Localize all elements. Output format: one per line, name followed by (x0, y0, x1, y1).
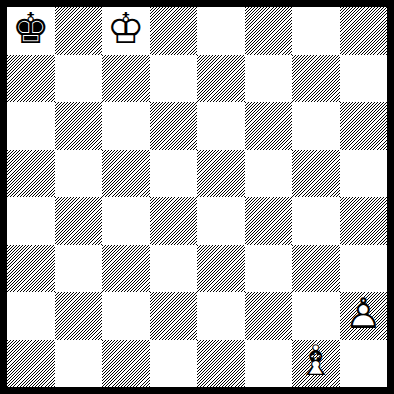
square-e8[interactable] (197, 7, 245, 55)
square-c8[interactable]: ♚♔ (102, 7, 150, 55)
square-a8[interactable]: ♚ (7, 7, 55, 55)
chess-diagram: ♚♚♔♟♙♝♗ (0, 0, 394, 394)
square-g7[interactable] (292, 55, 340, 103)
square-e4[interactable] (197, 197, 245, 245)
square-e3[interactable] (197, 245, 245, 293)
square-h6[interactable] (340, 102, 388, 150)
square-c7[interactable] (102, 55, 150, 103)
square-c1[interactable] (102, 340, 150, 388)
square-h5[interactable] (340, 150, 388, 198)
black-king-piece[interactable]: ♚ (7, 7, 55, 55)
white-bishop-piece[interactable]: ♝♗ (292, 340, 340, 388)
square-e1[interactable] (197, 340, 245, 388)
king-filled-glyph: ♚ (12, 8, 50, 50)
square-c2[interactable] (102, 292, 150, 340)
square-g8[interactable] (292, 7, 340, 55)
square-f3[interactable] (245, 245, 293, 293)
square-h7[interactable] (340, 55, 388, 103)
square-d2[interactable] (150, 292, 198, 340)
square-a4[interactable] (7, 197, 55, 245)
square-b7[interactable] (55, 55, 103, 103)
square-a5[interactable] (7, 150, 55, 198)
square-f4[interactable] (245, 197, 293, 245)
square-b2[interactable] (55, 292, 103, 340)
square-h4[interactable] (340, 197, 388, 245)
pawn-outline-glyph: ♙ (344, 293, 382, 335)
square-g4[interactable] (292, 197, 340, 245)
square-c5[interactable] (102, 150, 150, 198)
square-a7[interactable] (7, 55, 55, 103)
square-f7[interactable] (245, 55, 293, 103)
chess-board: ♚♚♔♟♙♝♗ (0, 0, 394, 394)
square-b6[interactable] (55, 102, 103, 150)
square-g5[interactable] (292, 150, 340, 198)
square-d3[interactable] (150, 245, 198, 293)
square-e7[interactable] (197, 55, 245, 103)
square-a2[interactable] (7, 292, 55, 340)
square-h2[interactable]: ♟♙ (340, 292, 388, 340)
square-f5[interactable] (245, 150, 293, 198)
square-c3[interactable] (102, 245, 150, 293)
square-f2[interactable] (245, 292, 293, 340)
square-g1[interactable]: ♝♗ (292, 340, 340, 388)
square-d6[interactable] (150, 102, 198, 150)
square-d5[interactable] (150, 150, 198, 198)
square-c6[interactable] (102, 102, 150, 150)
square-b8[interactable] (55, 7, 103, 55)
square-e2[interactable] (197, 292, 245, 340)
square-a3[interactable] (7, 245, 55, 293)
square-h3[interactable] (340, 245, 388, 293)
square-d7[interactable] (150, 55, 198, 103)
square-g3[interactable] (292, 245, 340, 293)
square-d1[interactable] (150, 340, 198, 388)
square-h1[interactable] (340, 340, 388, 388)
square-g6[interactable] (292, 102, 340, 150)
square-b5[interactable] (55, 150, 103, 198)
square-f1[interactable] (245, 340, 293, 388)
square-g2[interactable] (292, 292, 340, 340)
square-a1[interactable] (7, 340, 55, 388)
white-king-piece[interactable]: ♚♔ (102, 7, 150, 55)
square-d8[interactable] (150, 7, 198, 55)
square-b3[interactable] (55, 245, 103, 293)
bishop-outline-glyph: ♗ (297, 341, 335, 383)
square-e6[interactable] (197, 102, 245, 150)
square-d4[interactable] (150, 197, 198, 245)
square-f8[interactable] (245, 7, 293, 55)
square-f6[interactable] (245, 102, 293, 150)
square-b1[interactable] (55, 340, 103, 388)
square-h8[interactable] (340, 7, 388, 55)
square-a6[interactable] (7, 102, 55, 150)
square-c4[interactable] (102, 197, 150, 245)
king-outline-glyph: ♔ (107, 8, 145, 50)
white-pawn-piece[interactable]: ♟♙ (340, 292, 388, 340)
square-b4[interactable] (55, 197, 103, 245)
square-e5[interactable] (197, 150, 245, 198)
